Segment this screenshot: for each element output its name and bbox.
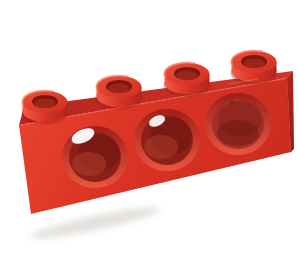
dust-speck xyxy=(231,101,234,104)
stud-hollow-sheen xyxy=(35,99,56,109)
stud-3 xyxy=(164,63,211,97)
product-photo: Red LEGO Technic brick 1x4 with three ho… xyxy=(0,0,300,265)
stud-2 xyxy=(96,76,143,110)
technic-hole-3 xyxy=(205,93,271,155)
hole-interior-sheen xyxy=(144,135,178,159)
technic-hole-2 xyxy=(134,109,200,171)
stud-hollow-sheen xyxy=(109,84,130,94)
stud-hollow-sheen xyxy=(177,71,198,81)
hole-bottom-shade xyxy=(217,120,259,146)
stud-1 xyxy=(22,91,69,125)
lego-brick-photo xyxy=(0,0,300,265)
hole-interior-sheen xyxy=(72,152,106,176)
stud-hollow-sheen xyxy=(244,59,265,69)
